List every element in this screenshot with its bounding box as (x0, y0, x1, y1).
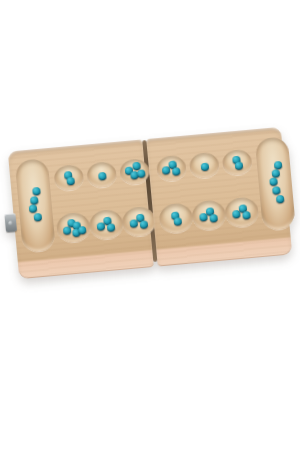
teal-stone (98, 172, 107, 181)
board-left-half (8, 139, 154, 279)
teal-stone (136, 169, 145, 178)
pit-bottom-2[interactable] (88, 208, 123, 240)
teal-stone (28, 204, 37, 213)
pit-bottom-4[interactable] (158, 202, 193, 234)
teal-stone (275, 195, 284, 204)
pit-top-4[interactable] (156, 154, 187, 182)
pit-top-3[interactable] (119, 158, 150, 186)
teal-stone (271, 169, 280, 178)
teal-stone (209, 214, 218, 223)
store-left[interactable] (15, 158, 56, 253)
teal-stone (234, 161, 243, 170)
mancala-board (8, 127, 292, 279)
teal-stone (139, 220, 148, 229)
pit-top-5[interactable] (189, 151, 220, 179)
pit-bottom-6[interactable] (224, 196, 259, 228)
teal-stone (242, 211, 251, 220)
pit-top-1[interactable] (53, 163, 84, 191)
pit-bottom-3[interactable] (121, 205, 156, 237)
teal-stone (171, 167, 180, 176)
left-half-surface (8, 139, 153, 263)
teal-stone (273, 161, 282, 170)
teal-stone (66, 177, 75, 186)
teal-stone (62, 226, 71, 235)
board-right-half (146, 127, 292, 267)
hinge-clasp (4, 213, 17, 232)
teal-stone (272, 186, 281, 195)
pit-top-2[interactable] (86, 160, 117, 188)
teal-stone (33, 213, 42, 222)
pit-bottom-5[interactable] (191, 199, 226, 231)
teal-stone (173, 217, 182, 226)
store-right[interactable] (255, 136, 296, 231)
teal-stone (269, 177, 278, 186)
teal-stone (200, 163, 209, 172)
left-pit-grid (50, 145, 158, 254)
photo-scene (0, 0, 300, 450)
teal-stone (77, 226, 86, 235)
teal-stone (106, 223, 115, 232)
pit-top-6[interactable] (222, 148, 253, 176)
right-pit-grid (153, 136, 261, 245)
teal-stone (32, 187, 41, 196)
right-half-surface (146, 127, 291, 251)
pit-bottom-1[interactable] (56, 211, 91, 243)
teal-stone (29, 196, 38, 205)
